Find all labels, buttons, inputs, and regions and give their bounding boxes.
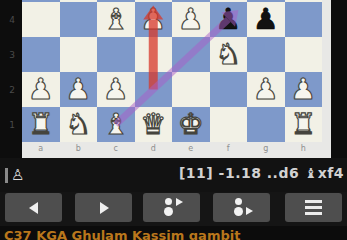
play-move-bottom-button[interactable] [213,193,270,222]
toolbar [0,192,347,226]
file-label-c: c [97,144,135,153]
square-f3[interactable]: ♞ [210,37,248,72]
rank-label-2: 2 [6,85,18,95]
square-a3[interactable] [22,37,60,72]
black-p-piece: ♟ [210,2,248,37]
square-h2[interactable]: ♟ [285,72,323,107]
file-label-g: g [247,144,285,153]
square-a4[interactable] [22,2,60,37]
rank-label-4: 4 [6,15,18,25]
menu-button[interactable] [285,193,342,222]
engine-analysis-line: [11] -1.18 ..d6 ♝xf4 [179,165,344,181]
white-p-piece: ♟ [135,2,173,37]
square-d2[interactable] [135,72,173,107]
white-r-piece: ♜ [22,107,60,142]
white-p-piece: ♟ [172,2,210,37]
square-g3[interactable] [247,37,285,72]
file-label-f: f [210,144,248,153]
square-e2[interactable] [172,72,210,107]
square-h3[interactable] [285,37,323,72]
square-f1[interactable] [210,107,248,142]
square-h1[interactable]: ♜ [285,107,323,142]
square-g2[interactable]: ♟ [247,72,285,107]
left-triangle-icon [29,202,38,214]
square-g1[interactable] [247,107,285,142]
file-label-b: b [60,144,98,153]
black-p-piece: ♟ [247,2,285,37]
file-label-e: e [172,144,210,153]
square-h4[interactable] [285,2,323,37]
square-c4[interactable]: ♝ [97,2,135,37]
white-n-piece: ♞ [210,37,248,72]
square-b4[interactable] [60,2,98,37]
board-area: ♝♟♟♟♟♞♟♟♟♟♟♜♞♝♛♚♜ 4321 abcdefgh [0,0,347,158]
file-label-a: a [22,144,60,153]
white-b-piece: ♝ [97,2,135,37]
chess-board[interactable]: ♝♟♟♟♟♞♟♟♟♟♟♜♞♝♛♚♜ [22,0,322,142]
square-a1[interactable]: ♜ [22,107,60,142]
square-g4[interactable]: ♟ [247,2,285,37]
side-to-move-indicator: ♙ [5,166,24,184]
cursor-bar [5,168,8,183]
square-b1[interactable]: ♞ [60,107,98,142]
square-b3[interactable] [60,37,98,72]
white-b-piece: ♝ [97,107,135,142]
rank-label-1: 1 [6,120,18,130]
pawn-icon: ♙ [11,166,24,184]
white-r-piece: ♜ [285,107,323,142]
white-p-piece: ♟ [60,72,98,107]
chess-app-screen: ♝♟♟♟♟♞♟♟♟♟♟♜♞♝♛♚♜ 4321 abcdefgh ♙ [11] -… [0,0,347,240]
square-e4[interactable]: ♟ [172,2,210,37]
engine-status-bar: ♙ [11] -1.18 ..d6 ♝xf4 [0,158,347,192]
square-a2[interactable]: ♟ [22,72,60,107]
square-f4[interactable]: ♟ [210,2,248,37]
forward-button[interactable] [75,193,132,222]
square-c1[interactable]: ♝ [97,107,135,142]
white-p-piece: ♟ [22,72,60,107]
rank-label-3: 3 [6,50,18,60]
play-move-top-button[interactable] [143,193,200,222]
square-e1[interactable]: ♚ [172,107,210,142]
white-q-piece: ♛ [135,107,173,142]
square-f2[interactable] [210,72,248,107]
square-e3[interactable] [172,37,210,72]
square-c3[interactable] [97,37,135,72]
file-label-d: d [135,144,173,153]
opening-name-text: C37 KGA Ghulam Kassim gambit [4,228,240,240]
file-label-h: h [285,144,323,153]
square-c2[interactable]: ♟ [97,72,135,107]
white-p-piece: ♟ [247,72,285,107]
right-triangle-icon [100,202,109,214]
file-labels: abcdefgh [22,142,322,158]
white-p-piece: ♟ [97,72,135,107]
square-b2[interactable]: ♟ [60,72,98,107]
white-n-piece: ♞ [60,107,98,142]
square-d3[interactable] [135,37,173,72]
square-d4[interactable]: ♟ [135,2,173,37]
back-button[interactable] [5,193,62,222]
white-k-piece: ♚ [172,107,210,142]
white-p-piece: ♟ [285,72,323,107]
square-d1[interactable]: ♛ [135,107,173,142]
